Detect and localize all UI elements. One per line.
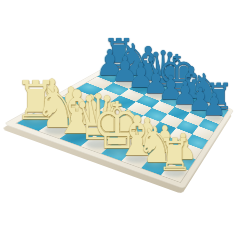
chess-set-photo: ♜♟♞♟♝♛♟♚♟♝♟♞♟♜♟♟♟♟♜♟♞♟♝♟♛♟♚♟♝♟♞♜ bbox=[0, 0, 240, 240]
board-grid bbox=[17, 66, 228, 182]
